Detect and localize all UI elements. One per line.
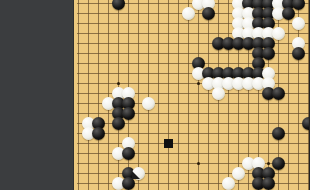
grid-line-vertical [308,0,309,190]
grid-line-vertical [108,0,109,190]
side-panel [0,0,74,190]
grid-line-vertical [208,0,209,190]
grid-line-vertical [228,0,229,190]
black-stone [112,117,125,130]
black-stone [262,177,275,190]
grid-line-vertical [288,0,289,190]
black-stone [282,7,295,20]
grid-line-vertical [188,0,189,190]
grid-line-vertical [88,0,89,190]
black-stone [122,107,135,120]
white-stone [182,7,195,20]
grid-line-vertical [168,0,169,190]
grid-line-vertical [148,0,149,190]
star-point [197,82,200,85]
grid-line-vertical [98,0,99,190]
black-stone [272,127,285,140]
white-stone [232,167,245,180]
star-point [267,162,270,165]
white-stone [142,97,155,110]
grid-line-vertical [158,0,159,190]
star-point [117,82,120,85]
white-stone [212,87,225,100]
grid-line-vertical [178,0,179,190]
black-square-marker [164,139,173,148]
black-stone [262,47,275,60]
white-stone [292,17,305,30]
grid-line-vertical [78,0,79,190]
black-stone [272,157,285,170]
black-stone [272,87,285,100]
black-stone [112,0,125,10]
white-stone [272,27,285,40]
black-stone [92,127,105,140]
black-stone [202,7,215,20]
go-app-screenshot [0,0,309,190]
black-stone [122,147,135,160]
black-stone [292,47,305,60]
black-stone [292,0,305,10]
grid-line-vertical [138,0,139,190]
white-stone [222,177,235,190]
star-point [197,162,200,165]
black-stone [302,117,310,130]
triangle-move-marker [132,171,140,179]
grid-line-horizontal [77,143,309,144]
